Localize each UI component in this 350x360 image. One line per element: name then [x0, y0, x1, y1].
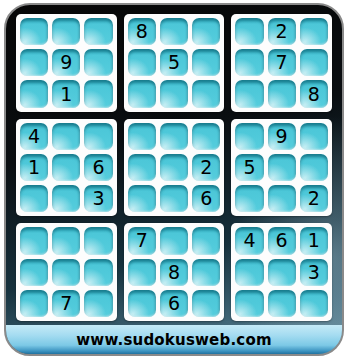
cell-r7c8[interactable]: 6 [268, 227, 296, 254]
cell-r9c3[interactable] [84, 290, 112, 317]
cell-r4c1[interactable]: 4 [20, 123, 48, 150]
cell-r1c4[interactable]: 8 [128, 18, 156, 45]
cell-r6c1[interactable] [20, 185, 48, 212]
box-r1c1: 91 [16, 14, 117, 112]
box-r1c2: 85 [124, 14, 225, 112]
cell-r8c9[interactable]: 3 [300, 259, 328, 286]
cell-r6c7[interactable] [235, 185, 263, 212]
cell-r8c3[interactable] [84, 259, 112, 286]
cell-r1c7[interactable] [235, 18, 263, 45]
box-r2c3: 952 [231, 119, 332, 217]
cell-r3c5[interactable] [160, 80, 188, 107]
cell-r5c3[interactable]: 6 [84, 154, 112, 181]
cell-r9c4[interactable] [128, 290, 156, 317]
sudoku-grid: 918527841632695277864613 [16, 14, 332, 321]
cell-r8c5[interactable]: 8 [160, 259, 188, 286]
cell-r5c9[interactable] [300, 154, 328, 181]
box-r2c1: 4163 [16, 119, 117, 217]
sudoku-board: 918527841632695277864613 www.sudokusweb.… [4, 3, 344, 356]
cell-r7c6[interactable] [192, 227, 220, 254]
box-r2c2: 26 [124, 119, 225, 217]
cell-r5c1[interactable]: 1 [20, 154, 48, 181]
cell-r9c6[interactable] [192, 290, 220, 317]
cell-r4c9[interactable] [300, 123, 328, 150]
cell-r2c4[interactable] [128, 49, 156, 76]
cell-r7c9[interactable]: 1 [300, 227, 328, 254]
cell-r9c9[interactable] [300, 290, 328, 317]
cell-r9c2[interactable]: 7 [52, 290, 80, 317]
cell-r8c6[interactable] [192, 259, 220, 286]
cell-r7c2[interactable] [52, 227, 80, 254]
box-r3c3: 4613 [231, 223, 332, 321]
cell-r2c3[interactable] [84, 49, 112, 76]
cell-r2c5[interactable]: 5 [160, 49, 188, 76]
cell-r3c4[interactable] [128, 80, 156, 107]
box-r3c2: 786 [124, 223, 225, 321]
cell-r2c7[interactable] [235, 49, 263, 76]
cell-r2c1[interactable] [20, 49, 48, 76]
cell-r5c6[interactable]: 2 [192, 154, 220, 181]
cell-r4c3[interactable] [84, 123, 112, 150]
cell-r5c2[interactable] [52, 154, 80, 181]
cell-r1c2[interactable] [52, 18, 80, 45]
cell-r3c3[interactable] [84, 80, 112, 107]
cell-r1c6[interactable] [192, 18, 220, 45]
box-r3c1: 7 [16, 223, 117, 321]
site-url: www.sudokusweb.com [76, 331, 271, 349]
cell-r2c6[interactable] [192, 49, 220, 76]
cell-r4c5[interactable] [160, 123, 188, 150]
cell-r1c3[interactable] [84, 18, 112, 45]
cell-r1c8[interactable]: 2 [268, 18, 296, 45]
cell-r2c2[interactable]: 9 [52, 49, 80, 76]
cell-r5c5[interactable] [160, 154, 188, 181]
cell-r6c4[interactable] [128, 185, 156, 212]
cell-r6c5[interactable] [160, 185, 188, 212]
cell-r1c1[interactable] [20, 18, 48, 45]
cell-r7c5[interactable] [160, 227, 188, 254]
cell-r7c3[interactable] [84, 227, 112, 254]
cell-r2c9[interactable] [300, 49, 328, 76]
cell-r7c7[interactable]: 4 [235, 227, 263, 254]
cell-r1c9[interactable] [300, 18, 328, 45]
cell-r8c2[interactable] [52, 259, 80, 286]
cell-r5c7[interactable]: 5 [235, 154, 263, 181]
cell-r8c4[interactable] [128, 259, 156, 286]
cell-r4c6[interactable] [192, 123, 220, 150]
cell-r3c7[interactable] [235, 80, 263, 107]
cell-r7c1[interactable] [20, 227, 48, 254]
cell-r9c7[interactable] [235, 290, 263, 317]
cell-r9c1[interactable] [20, 290, 48, 317]
cell-r5c8[interactable] [268, 154, 296, 181]
cell-r4c2[interactable] [52, 123, 80, 150]
cell-r6c6[interactable]: 6 [192, 185, 220, 212]
cell-r6c2[interactable] [52, 185, 80, 212]
cell-r5c4[interactable] [128, 154, 156, 181]
cell-r4c4[interactable] [128, 123, 156, 150]
cell-r8c7[interactable] [235, 259, 263, 286]
cell-r3c9[interactable]: 8 [300, 80, 328, 107]
cell-r6c9[interactable]: 2 [300, 185, 328, 212]
cell-r4c7[interactable] [235, 123, 263, 150]
box-r1c3: 278 [231, 14, 332, 112]
cell-r6c8[interactable] [268, 185, 296, 212]
cell-r1c5[interactable] [160, 18, 188, 45]
cell-r3c6[interactable] [192, 80, 220, 107]
cell-r4c8[interactable]: 9 [268, 123, 296, 150]
footer-bar: www.sudokusweb.com [6, 325, 342, 354]
cell-r6c3[interactable]: 3 [84, 185, 112, 212]
cell-r2c8[interactable]: 7 [268, 49, 296, 76]
cell-r8c1[interactable] [20, 259, 48, 286]
cell-r8c8[interactable] [268, 259, 296, 286]
cell-r3c1[interactable] [20, 80, 48, 107]
cell-r3c8[interactable] [268, 80, 296, 107]
cell-r7c4[interactable]: 7 [128, 227, 156, 254]
cell-r9c5[interactable]: 6 [160, 290, 188, 317]
cell-r3c2[interactable]: 1 [52, 80, 80, 107]
cell-r9c8[interactable] [268, 290, 296, 317]
